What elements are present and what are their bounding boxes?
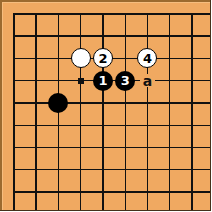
grid-line-horizontal (13, 13, 210, 15)
grid-line-vertical (102, 13, 103, 210)
white-stone-4: 4 (137, 48, 157, 68)
grid-line-vertical (13, 13, 15, 210)
black-stone-3: 3 (115, 71, 135, 91)
hoshi-square-marker (78, 78, 84, 84)
grid-line-vertical (169, 13, 170, 210)
grid-line-horizontal (13, 125, 210, 126)
grid-line-vertical (147, 13, 148, 210)
go-diagram: a2413 (0, 0, 211, 211)
white-stone (71, 48, 91, 68)
clip-edge-bottom (0, 210, 211, 212)
grid-line-horizontal (13, 102, 210, 103)
grid-line-horizontal (13, 147, 210, 148)
go-board: a2413 (0, 0, 211, 211)
white-stone-2: 2 (93, 48, 113, 68)
grid-line-vertical (191, 13, 192, 210)
frame-highlight-top (2, 2, 211, 3)
black-stone-1: 1 (93, 71, 113, 91)
grid-line-horizontal (13, 169, 210, 170)
grid-line-horizontal (13, 35, 210, 36)
clip-edge-right (210, 0, 212, 211)
grid-line-vertical (80, 13, 81, 210)
point-label-a: a (140, 74, 155, 87)
grid-line-horizontal (13, 191, 210, 192)
black-stone (48, 93, 68, 113)
grid-line-vertical (125, 13, 126, 210)
grid-line-vertical (35, 13, 36, 210)
frame-highlight-left (2, 2, 3, 211)
